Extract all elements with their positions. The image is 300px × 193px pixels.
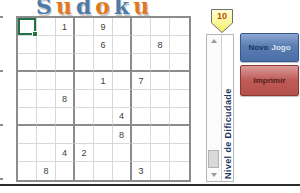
scrollbar-up-icon[interactable] [211, 39, 217, 43]
cell-r8c2[interactable] [37, 144, 56, 162]
cell-r2c7[interactable] [132, 36, 151, 54]
grid-edge-tick [0, 16, 3, 18]
cell-r5c4[interactable] [75, 90, 94, 108]
bottom-separator [0, 184, 300, 186]
cell-r4c3[interactable] [56, 72, 75, 90]
cell-r6c5[interactable] [94, 108, 113, 126]
cell-r1c4[interactable] [75, 18, 94, 36]
cell-r9c6[interactable] [113, 162, 132, 180]
cell-r6c2[interactable] [37, 108, 56, 126]
cell-r6c4[interactable] [75, 108, 94, 126]
cell-r2c5[interactable]: 6 [94, 36, 113, 54]
cell-r1c2[interactable] [37, 18, 56, 36]
cell-r2c3[interactable] [56, 36, 75, 54]
cell-r1c6[interactable] [113, 18, 132, 36]
print-button-label: Imprimir [253, 76, 285, 85]
cell-r4c9[interactable] [170, 72, 189, 90]
new-game-button[interactable]: Novo Jogo [240, 33, 299, 62]
cell-r8c4[interactable]: 2 [75, 144, 94, 162]
cell-r2c1[interactable] [18, 36, 37, 54]
cell-r9c8[interactable] [151, 162, 170, 180]
cell-r5c2[interactable] [37, 90, 56, 108]
grid-edge-tick [0, 178, 3, 180]
cell-r1c8[interactable] [151, 18, 170, 36]
cell-r7c4[interactable] [75, 126, 94, 144]
scrollbar-thumb[interactable] [208, 150, 219, 168]
cell-r7c7[interactable] [132, 126, 151, 144]
grid-edge-tick [0, 70, 3, 72]
cell-r3c3[interactable] [56, 54, 75, 72]
cell-r9c7[interactable]: 3 [132, 162, 151, 180]
cell-r5c8[interactable] [151, 90, 170, 108]
cell-r5c9[interactable] [170, 90, 189, 108]
cell-r2c9[interactable] [170, 36, 189, 54]
cell-r5c1[interactable] [18, 90, 37, 108]
cell-r4c6[interactable] [113, 72, 132, 90]
cell-r1c7[interactable] [132, 18, 151, 36]
cell-r7c9[interactable] [170, 126, 189, 144]
cell-r8c3[interactable]: 4 [56, 144, 75, 162]
grid-edge-tick [0, 124, 3, 126]
cell-r3c1[interactable] [18, 54, 37, 72]
cell-r1c3[interactable]: 1 [56, 18, 75, 36]
cell-r6c6[interactable]: 4 [113, 108, 132, 126]
cell-r6c1[interactable] [18, 108, 37, 126]
cell-r8c8[interactable] [151, 144, 170, 162]
cell-r9c9[interactable] [170, 162, 189, 180]
cell-r7c5[interactable] [94, 126, 113, 144]
cell-r7c6[interactable]: 8 [113, 126, 132, 144]
cell-r1c1[interactable] [18, 18, 37, 36]
cell-r1c5[interactable]: 9 [94, 18, 113, 36]
difficulty-scrollbar[interactable] [207, 35, 222, 181]
cell-r8c9[interactable] [170, 144, 189, 162]
cell-r4c4[interactable] [75, 72, 94, 90]
cell-r4c2[interactable] [37, 72, 56, 90]
cell-r4c8[interactable] [151, 72, 170, 90]
new-game-label-part2: Jogo [271, 43, 290, 52]
cell-r4c1[interactable] [18, 72, 37, 90]
cell-r9c4[interactable] [75, 162, 94, 180]
new-game-label-part1: Novo [248, 43, 268, 52]
cell-r2c8[interactable]: 8 [151, 36, 170, 54]
cell-r3c7[interactable] [132, 54, 151, 72]
cell-r7c1[interactable] [18, 126, 37, 144]
difficulty-value-badge: 10 [211, 9, 233, 33]
cell-r5c6[interactable] [113, 90, 132, 108]
cell-r3c9[interactable] [170, 54, 189, 72]
cell-r6c3[interactable] [56, 108, 75, 126]
cell-r7c3[interactable] [56, 126, 75, 144]
cell-r2c2[interactable] [37, 36, 56, 54]
cell-r5c3[interactable]: 8 [56, 90, 75, 108]
difficulty-label: Nivel de Dificudade [223, 37, 233, 179]
cell-r3c6[interactable] [113, 54, 132, 72]
cell-r4c5[interactable]: 1 [94, 72, 113, 90]
cell-r8c7[interactable] [132, 144, 151, 162]
cell-r3c2[interactable] [37, 54, 56, 72]
cell-r8c1[interactable] [18, 144, 37, 162]
cell-r2c6[interactable] [113, 36, 132, 54]
print-button[interactable]: Imprimir [240, 65, 299, 96]
cell-r5c7[interactable] [132, 90, 151, 108]
scrollbar-down-icon[interactable] [211, 173, 217, 177]
cell-r9c1[interactable] [18, 162, 37, 180]
cell-r4c7[interactable]: 7 [132, 72, 151, 90]
cell-r3c4[interactable] [75, 54, 94, 72]
cell-r6c7[interactable] [132, 108, 151, 126]
cell-r7c2[interactable] [37, 126, 56, 144]
difficulty-panel: Nivel de Dificudade [206, 34, 234, 182]
cell-r7c8[interactable] [151, 126, 170, 144]
cell-r6c8[interactable] [151, 108, 170, 126]
cell-r8c5[interactable] [94, 144, 113, 162]
cell-r3c8[interactable] [151, 54, 170, 72]
cell-r9c5[interactable] [94, 162, 113, 180]
cell-r8c6[interactable] [113, 144, 132, 162]
difficulty-value: 10 [211, 11, 233, 21]
cell-r5c5[interactable] [94, 90, 113, 108]
cell-r6c9[interactable] [170, 108, 189, 126]
cell-r9c2[interactable]: 8 [37, 162, 56, 180]
cell-r9c3[interactable] [56, 162, 75, 180]
sudoku-grid: 1968178484283 [16, 16, 191, 182]
cell-r1c9[interactable] [170, 18, 189, 36]
cell-r3c5[interactable] [94, 54, 113, 72]
cell-r2c4[interactable] [75, 36, 94, 54]
